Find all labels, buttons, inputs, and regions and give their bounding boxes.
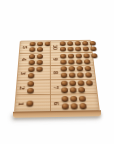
numeral-10: 10 <box>53 44 59 48</box>
peg[interactable] <box>77 66 84 71</box>
peg[interactable] <box>28 67 35 72</box>
cell-4: 4 <box>19 53 50 66</box>
numeral-3: 3 <box>20 70 27 75</box>
peg[interactable] <box>30 42 36 46</box>
peg-row <box>61 59 99 64</box>
peg[interactable] <box>37 60 43 65</box>
peg[interactable] <box>75 41 81 45</box>
peg[interactable] <box>60 42 66 46</box>
peg[interactable] <box>61 67 67 72</box>
peg-group-7 <box>61 80 94 93</box>
peg[interactable] <box>70 81 77 86</box>
peg[interactable] <box>86 80 93 85</box>
peg[interactable] <box>27 81 34 86</box>
peg-row <box>61 87 94 93</box>
numeral-1: 1 <box>17 100 24 106</box>
peg-row <box>27 81 34 86</box>
peg[interactable] <box>61 60 67 65</box>
peg[interactable] <box>84 59 91 64</box>
peg[interactable] <box>70 87 77 93</box>
peg-group-1 <box>26 100 33 106</box>
cell-2: 2 <box>16 80 50 96</box>
peg[interactable] <box>78 80 85 85</box>
peg-row <box>61 66 92 71</box>
board-bottom-edge <box>13 110 101 118</box>
peg-row <box>60 41 96 46</box>
cell-5: 5 <box>20 41 50 53</box>
numeral-9: 9 <box>53 57 59 62</box>
photo-scene: 5 10 4 9 3 8 2 7 <box>0 0 114 144</box>
cell-10: 10 <box>50 40 92 53</box>
peg[interactable] <box>90 41 96 45</box>
numeral-4: 4 <box>21 57 27 62</box>
peg[interactable] <box>85 66 92 71</box>
peg[interactable] <box>26 100 33 106</box>
peg-row <box>29 47 50 52</box>
peg[interactable] <box>68 47 74 51</box>
peg[interactable] <box>78 87 85 93</box>
peg[interactable] <box>70 96 77 102</box>
peg-row <box>29 54 43 59</box>
peg-group-9 <box>60 53 98 64</box>
peg[interactable] <box>61 87 68 93</box>
peg-row <box>30 42 51 47</box>
peg[interactable] <box>79 96 86 102</box>
peg[interactable] <box>69 73 76 78</box>
peg[interactable] <box>76 53 82 58</box>
cell-1: 1 <box>15 95 50 112</box>
cell-7: 7 <box>50 79 97 95</box>
peg[interactable] <box>67 41 73 45</box>
peg-group-8 <box>61 66 93 78</box>
numeral-6: 6 <box>53 100 60 106</box>
peg[interactable] <box>29 47 35 51</box>
peg[interactable] <box>61 81 68 86</box>
peg[interactable] <box>37 42 43 46</box>
peg[interactable] <box>68 59 74 64</box>
peg[interactable] <box>76 59 83 64</box>
counting-peg-board: 5 10 4 9 3 8 2 7 <box>14 40 100 113</box>
peg[interactable] <box>37 54 43 59</box>
peg-row <box>28 73 43 78</box>
peg-row <box>61 73 92 78</box>
peg[interactable] <box>29 54 35 59</box>
peg[interactable] <box>36 67 42 72</box>
peg[interactable] <box>27 88 34 94</box>
peg-row <box>60 53 98 58</box>
peg-row <box>61 80 93 86</box>
peg[interactable] <box>29 60 35 65</box>
peg[interactable] <box>83 47 89 51</box>
peg-group-5 <box>29 42 50 52</box>
peg[interactable] <box>71 103 78 109</box>
cell-9: 9 <box>50 53 93 66</box>
peg[interactable] <box>69 67 76 72</box>
peg[interactable] <box>75 47 81 51</box>
peg-row <box>62 103 87 109</box>
peg[interactable] <box>82 41 88 45</box>
peg[interactable] <box>61 73 68 78</box>
numeral-8: 8 <box>53 70 59 75</box>
peg-group-6 <box>62 96 87 110</box>
peg-row <box>27 88 34 94</box>
cell-6: 6 <box>50 94 99 111</box>
cell-8: 8 <box>50 65 95 80</box>
peg-group-2 <box>27 81 34 93</box>
peg[interactable] <box>60 54 66 59</box>
peg[interactable] <box>60 47 66 51</box>
peg[interactable] <box>85 73 92 78</box>
peg[interactable] <box>90 47 96 51</box>
numeral-2: 2 <box>19 85 26 90</box>
cell-3: 3 <box>18 66 51 80</box>
peg-group-4 <box>29 54 43 65</box>
peg[interactable] <box>77 73 84 78</box>
peg-row <box>62 96 87 102</box>
peg-row <box>60 47 97 52</box>
peg-row <box>28 67 43 72</box>
peg[interactable] <box>91 53 98 58</box>
peg[interactable] <box>80 103 87 109</box>
peg-group-3 <box>28 67 43 79</box>
peg[interactable] <box>84 53 91 58</box>
peg-row <box>29 60 43 65</box>
peg-group-10 <box>60 41 97 51</box>
numeral-5: 5 <box>22 45 28 49</box>
peg[interactable] <box>68 54 74 59</box>
peg[interactable] <box>62 96 69 102</box>
peg[interactable] <box>28 73 35 78</box>
numeral-7: 7 <box>53 84 60 89</box>
peg[interactable] <box>62 103 69 109</box>
peg[interactable] <box>37 47 43 51</box>
peg-row <box>26 100 33 106</box>
